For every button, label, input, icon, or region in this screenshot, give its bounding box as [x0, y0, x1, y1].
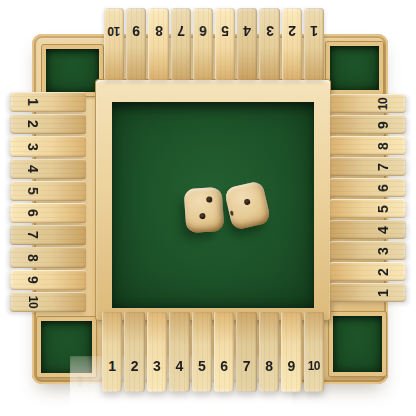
tile-number: 9 [26, 276, 40, 284]
tile-top-7[interactable]: 7 [171, 8, 191, 80]
tile-number: 6 [26, 209, 40, 217]
tile-right-6[interactable]: 6 [330, 178, 406, 197]
tile-number: 4 [176, 359, 184, 373]
die-pip [199, 213, 205, 219]
strip-right: 10987654321 [330, 94, 406, 302]
tile-number: 3 [153, 359, 161, 373]
tile-number: 3 [376, 247, 390, 255]
die-edge-pip [229, 210, 233, 216]
tile-number: 8 [265, 359, 273, 373]
tile-number: 5 [198, 359, 206, 373]
shut-the-box-board: 10987654321 12345678910 12345678910 1098… [32, 34, 388, 384]
die-left[interactable] [184, 187, 225, 234]
tile-left-7[interactable]: 7 [10, 225, 86, 245]
tile-number: 2 [376, 268, 390, 276]
corner-tray-bottom-right [329, 312, 386, 376]
tile-top-10[interactable]: 10 [104, 8, 124, 80]
tile-top-1[interactable]: 1 [304, 8, 324, 80]
die-pip [244, 198, 251, 205]
tile-number: 9 [132, 24, 140, 38]
tile-left-2[interactable]: 2 [10, 114, 86, 134]
tile-number: 6 [220, 359, 228, 373]
tile-top-8[interactable]: 8 [148, 8, 168, 80]
tile-number: 1 [376, 289, 390, 297]
tile-right-3[interactable]: 3 [330, 241, 406, 260]
tile-left-4[interactable]: 4 [10, 159, 86, 179]
tile-left-1[interactable]: 1 [10, 92, 86, 112]
tile-top-6[interactable]: 6 [193, 8, 213, 80]
tile-right-4[interactable]: 4 [330, 220, 406, 239]
tile-bottom-8[interactable]: 8 [259, 312, 279, 392]
center-felt [112, 102, 314, 308]
tile-right-10[interactable]: 10 [330, 94, 406, 113]
tile-number: 1 [310, 24, 318, 38]
tile-number: 2 [131, 359, 139, 373]
tile-top-3[interactable]: 3 [259, 8, 279, 80]
tile-number: 8 [155, 24, 163, 38]
tile-number: 8 [376, 142, 390, 150]
tile-top-5[interactable]: 5 [215, 8, 235, 80]
tile-bottom-5[interactable]: 5 [192, 312, 212, 392]
tile-bottom-3[interactable]: 3 [147, 312, 167, 392]
strip-left: 12345678910 [10, 92, 86, 312]
tile-number: 10 [377, 97, 389, 109]
tile-top-9[interactable]: 9 [126, 8, 146, 80]
tile-number: 4 [376, 226, 390, 234]
tile-left-5[interactable]: 5 [10, 181, 86, 201]
tile-left-9[interactable]: 9 [10, 270, 86, 290]
tile-number: 3 [26, 143, 40, 151]
tile-number: 6 [376, 184, 390, 192]
product-photo: 10987654321 12345678910 12345678910 1098… [0, 0, 416, 416]
tile-number: 7 [26, 231, 40, 239]
tile-left-6[interactable]: 6 [10, 203, 86, 223]
tile-right-5[interactable]: 5 [330, 199, 406, 218]
die-pip [207, 197, 213, 203]
tile-number: 7 [376, 163, 390, 171]
tile-bottom-1[interactable]: 1 [102, 312, 122, 392]
tile-right-2[interactable]: 2 [330, 262, 406, 281]
tile-bottom-7[interactable]: 7 [236, 312, 256, 392]
tile-right-7[interactable]: 7 [330, 157, 406, 176]
tile-number: 9 [288, 359, 296, 373]
tile-bottom-10[interactable]: 10 [304, 312, 324, 392]
tile-number: 2 [26, 120, 40, 128]
tile-bottom-6[interactable]: 6 [214, 312, 234, 392]
tile-right-1[interactable]: 1 [330, 283, 406, 302]
tile-bottom-2[interactable]: 2 [124, 312, 144, 392]
tile-number: 5 [26, 187, 40, 195]
tile-number: 10 [308, 360, 320, 372]
die-right[interactable] [224, 180, 272, 231]
tile-number: 5 [221, 24, 229, 38]
tile-number: 7 [243, 359, 251, 373]
strip-bottom: 12345678910 [102, 312, 324, 392]
tile-left-10[interactable]: 10 [10, 292, 86, 312]
tile-number: 6 [199, 24, 207, 38]
strip-top: 10987654321 [104, 8, 324, 80]
tile-number: 3 [266, 24, 274, 38]
tile-left-3[interactable]: 3 [10, 136, 86, 156]
tile-bottom-9[interactable]: 9 [281, 312, 301, 392]
tile-number: 5 [376, 205, 390, 213]
tile-number: 9 [376, 121, 390, 129]
tile-number: 10 [27, 296, 39, 308]
tile-number: 1 [26, 98, 40, 106]
tile-number: 8 [26, 254, 40, 262]
tile-number: 1 [108, 359, 116, 373]
tile-top-2[interactable]: 2 [282, 8, 302, 80]
tile-top-4[interactable]: 4 [237, 8, 257, 80]
tile-bottom-4[interactable]: 4 [169, 312, 189, 392]
corner-tray-top-left [42, 45, 103, 96]
tile-right-8[interactable]: 8 [330, 136, 406, 155]
tile-number: 4 [243, 24, 251, 38]
tile-number: 2 [288, 24, 296, 38]
center-frame [96, 80, 330, 320]
tile-number: 4 [26, 165, 40, 173]
corner-tray-top-right [326, 42, 383, 94]
tile-right-9[interactable]: 9 [330, 115, 406, 134]
tile-left-8[interactable]: 8 [10, 247, 86, 267]
tile-number: 7 [177, 24, 185, 38]
tile-number: 10 [108, 25, 120, 37]
